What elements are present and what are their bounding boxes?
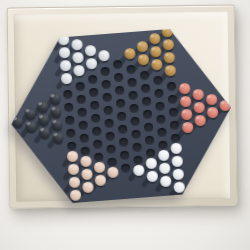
peg-silver[interactable] bbox=[85, 57, 97, 69]
board-hole[interactable] bbox=[133, 156, 143, 166]
board-hole[interactable] bbox=[112, 59, 122, 69]
board-hole[interactable] bbox=[145, 148, 155, 158]
peg-gold[interactable] bbox=[137, 53, 149, 65]
peg-gold[interactable] bbox=[149, 46, 161, 58]
peg-blush[interactable] bbox=[107, 166, 119, 178]
board-hole[interactable] bbox=[107, 158, 117, 168]
board-hole[interactable] bbox=[100, 67, 110, 77]
board-hole[interactable] bbox=[118, 137, 128, 147]
peg-white[interactable] bbox=[132, 164, 144, 176]
board-hole[interactable] bbox=[156, 115, 166, 125]
board-hole[interactable] bbox=[64, 115, 74, 125]
board-hole[interactable] bbox=[120, 163, 130, 173]
board-hole[interactable] bbox=[143, 122, 153, 132]
board-hole[interactable] bbox=[144, 135, 154, 145]
peg-silver[interactable] bbox=[71, 39, 83, 51]
board-hole[interactable] bbox=[62, 89, 72, 99]
peg-silver[interactable] bbox=[98, 50, 110, 62]
board-hole[interactable] bbox=[116, 111, 126, 121]
peg-silver[interactable] bbox=[60, 72, 72, 84]
peg-silver[interactable] bbox=[58, 46, 70, 58]
board-hole[interactable] bbox=[127, 78, 137, 88]
board-hole[interactable] bbox=[93, 152, 103, 162]
game-box-frame bbox=[7, 4, 238, 208]
board-hole[interactable] bbox=[132, 143, 142, 153]
board-hole[interactable] bbox=[139, 70, 149, 80]
board-hole[interactable] bbox=[117, 124, 127, 134]
board-hole[interactable] bbox=[105, 132, 115, 142]
peg-blush[interactable] bbox=[66, 150, 78, 162]
peg-salmon[interactable] bbox=[178, 83, 190, 95]
board-hole[interactable] bbox=[80, 147, 90, 157]
board-hole[interactable] bbox=[169, 120, 179, 130]
peg-blush[interactable] bbox=[93, 161, 105, 173]
board-hole[interactable] bbox=[140, 83, 150, 93]
board-hole[interactable] bbox=[79, 134, 89, 144]
peg-salmon[interactable] bbox=[180, 109, 192, 121]
peg-blush[interactable] bbox=[81, 168, 93, 180]
board-hole[interactable] bbox=[141, 96, 151, 106]
peg-gold[interactable] bbox=[123, 48, 135, 60]
product-photo-scene bbox=[0, 0, 250, 250]
peg-salmon[interactable] bbox=[192, 88, 204, 100]
board-hole[interactable] bbox=[77, 108, 87, 118]
board-hole[interactable] bbox=[166, 81, 176, 91]
peg-blush[interactable] bbox=[82, 181, 94, 193]
board-hole[interactable] bbox=[119, 150, 129, 160]
peg-blush[interactable] bbox=[67, 163, 79, 175]
peg-black[interactable] bbox=[50, 106, 62, 118]
board-hole[interactable] bbox=[114, 85, 124, 95]
peg-gold[interactable] bbox=[164, 64, 176, 76]
board-hole[interactable] bbox=[89, 100, 99, 110]
peg-black[interactable] bbox=[52, 132, 64, 144]
peg-salmon[interactable] bbox=[193, 101, 205, 113]
board-hole[interactable] bbox=[158, 141, 168, 151]
board-hole[interactable] bbox=[131, 130, 141, 140]
board-hole[interactable] bbox=[129, 104, 139, 114]
peg-silver[interactable] bbox=[72, 52, 84, 64]
board-wrapper bbox=[5, 25, 237, 207]
board-hole[interactable] bbox=[153, 76, 163, 86]
board-hole[interactable] bbox=[115, 98, 125, 108]
board-hole[interactable] bbox=[106, 145, 116, 155]
peg-black[interactable] bbox=[36, 100, 48, 112]
peg-black[interactable] bbox=[49, 93, 61, 105]
peg-blush[interactable] bbox=[80, 155, 92, 167]
board-hole[interactable] bbox=[76, 95, 86, 105]
board-hole[interactable] bbox=[88, 87, 98, 97]
peg-white[interactable] bbox=[145, 157, 157, 169]
board-hole[interactable] bbox=[92, 139, 102, 149]
peg-salmon[interactable] bbox=[194, 114, 206, 126]
board-hole[interactable] bbox=[63, 102, 73, 112]
board-hole[interactable] bbox=[91, 126, 101, 136]
peg-black[interactable] bbox=[51, 119, 63, 131]
peg-silver[interactable] bbox=[73, 65, 85, 77]
peg-blush[interactable] bbox=[94, 174, 106, 186]
peg-white[interactable] bbox=[171, 155, 183, 167]
board-hole[interactable] bbox=[157, 128, 167, 138]
board-hole[interactable] bbox=[78, 121, 88, 131]
board-hole[interactable] bbox=[170, 133, 180, 143]
peg-salmon[interactable] bbox=[219, 99, 231, 111]
peg-white[interactable] bbox=[170, 142, 182, 154]
peg-gold[interactable] bbox=[136, 40, 148, 52]
peg-salmon[interactable] bbox=[206, 107, 218, 119]
board-hole[interactable] bbox=[128, 91, 138, 101]
peg-silver[interactable] bbox=[59, 59, 71, 71]
peg-black[interactable] bbox=[11, 115, 23, 127]
board-hole[interactable] bbox=[168, 107, 178, 117]
peg-white[interactable] bbox=[173, 181, 185, 193]
peg-white[interactable] bbox=[157, 149, 169, 161]
board-hole[interactable] bbox=[130, 117, 140, 127]
peg-salmon[interactable] bbox=[179, 96, 191, 108]
board-hole[interactable] bbox=[155, 102, 165, 112]
peg-black[interactable] bbox=[38, 126, 50, 138]
peg-black[interactable] bbox=[37, 113, 49, 125]
peg-blush[interactable] bbox=[69, 189, 81, 201]
board-hole[interactable] bbox=[113, 72, 123, 82]
peg-silver[interactable] bbox=[84, 44, 96, 56]
peg-white[interactable] bbox=[172, 168, 184, 180]
board-hole[interactable] bbox=[154, 89, 164, 99]
board-hole[interactable] bbox=[101, 80, 111, 90]
peg-black[interactable] bbox=[24, 108, 36, 120]
hexagon-board bbox=[5, 25, 237, 207]
board-hole[interactable] bbox=[104, 119, 114, 129]
board-hole[interactable] bbox=[65, 128, 75, 138]
peg-white[interactable] bbox=[146, 170, 158, 182]
board-hole[interactable] bbox=[167, 94, 177, 104]
peg-gold[interactable] bbox=[150, 59, 162, 71]
board-hole[interactable] bbox=[66, 141, 76, 151]
peg-gold[interactable] bbox=[163, 51, 175, 63]
peg-blush[interactable] bbox=[68, 176, 80, 188]
peg-white[interactable] bbox=[159, 175, 171, 187]
board-hole[interactable] bbox=[103, 106, 113, 116]
peg-salmon[interactable] bbox=[181, 122, 193, 134]
peg-gold[interactable] bbox=[148, 33, 160, 45]
board-hole[interactable] bbox=[142, 109, 152, 119]
board-hole[interactable] bbox=[87, 74, 97, 84]
peg-white[interactable] bbox=[158, 162, 170, 174]
peg-gold[interactable] bbox=[162, 38, 174, 50]
board-hole[interactable] bbox=[126, 65, 136, 75]
board-hole[interactable] bbox=[75, 82, 85, 92]
peg-black[interactable] bbox=[25, 121, 37, 133]
peg-salmon[interactable] bbox=[205, 94, 217, 106]
board-hole[interactable] bbox=[102, 93, 112, 103]
board-hole[interactable] bbox=[90, 113, 100, 123]
